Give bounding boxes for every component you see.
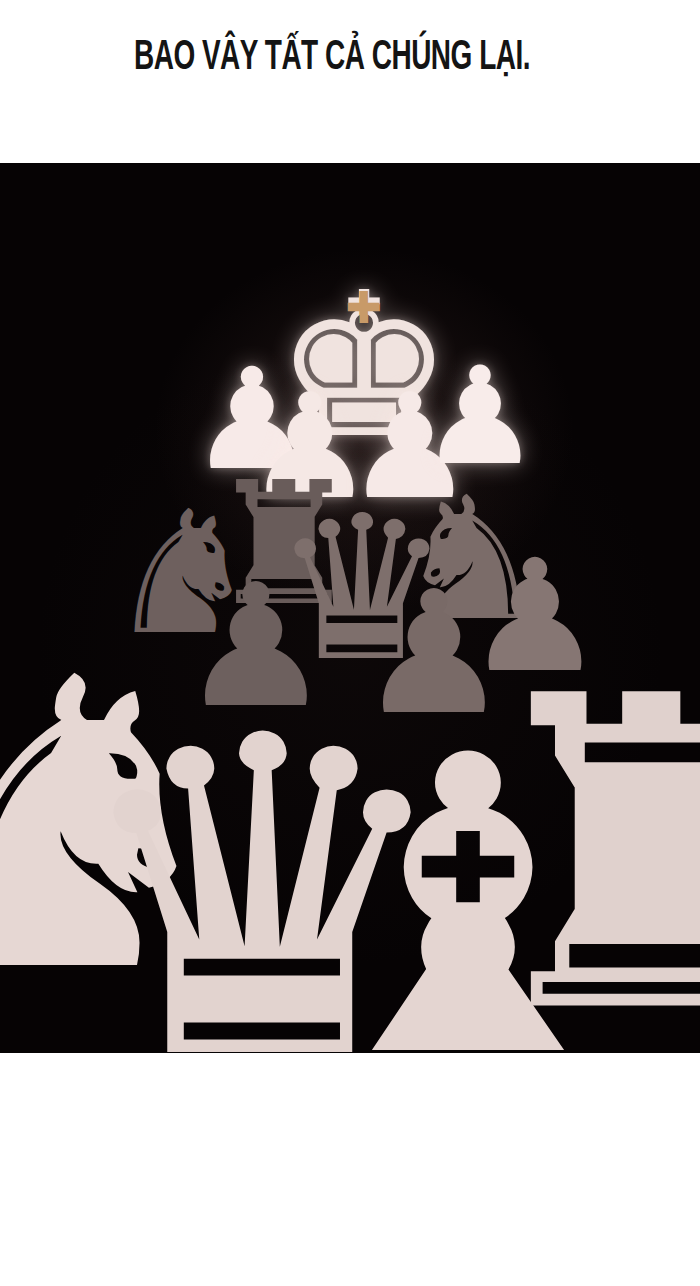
webtoon-page: { "caption": "BAO VÂY TẤT CẢ CHÚNG LẠI."…	[0, 0, 700, 1286]
caption-text: BAO VÂY TẤT CẢ CHÚNG LẠI.	[134, 30, 530, 80]
chess-scene: ♚✚♟♟♟♟♞♜♛♞♟♟♟♞♛♝♜	[0, 163, 700, 1053]
bottom-margin	[0, 1053, 700, 1286]
comic-panel: ♚✚♟♟♟♟♞♜♛♞♟♟♟♞♛♝♜	[0, 163, 700, 1053]
king-cross-finial: ✚	[346, 286, 383, 330]
caption-area: BAO VÂY TẤT CẢ CHÚNG LẠI.	[0, 0, 700, 110]
foreground-white-rook: ♜	[459, 641, 700, 1053]
